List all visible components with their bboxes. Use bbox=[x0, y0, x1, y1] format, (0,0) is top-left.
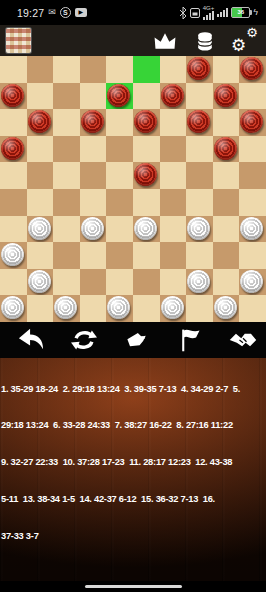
4g-plus-signal-icon: 4G+ bbox=[203, 5, 215, 20]
square-r8c4 bbox=[80, 242, 107, 269]
white-man[interactable] bbox=[28, 217, 51, 240]
square-r6c5[interactable] bbox=[106, 189, 133, 216]
sim-icon bbox=[190, 8, 200, 18]
square-r5c7 bbox=[160, 162, 187, 189]
square-r1c4[interactable] bbox=[80, 56, 107, 83]
flag-icon bbox=[177, 327, 203, 353]
system-nav-bar bbox=[0, 581, 266, 592]
square-r8c2 bbox=[27, 242, 54, 269]
square-r7c2[interactable] bbox=[27, 216, 54, 243]
square-r10c1[interactable] bbox=[0, 295, 27, 322]
move-line: 29:18 13:24 6. 33-28 24:33 7. 38:27 16-2… bbox=[1, 419, 265, 431]
square-r1c10[interactable] bbox=[239, 56, 266, 83]
red-man[interactable] bbox=[240, 110, 263, 133]
square-r1c1 bbox=[0, 56, 27, 83]
signal-bars-icon bbox=[217, 8, 228, 17]
restart-button[interactable] bbox=[67, 326, 101, 354]
square-r1c8[interactable] bbox=[186, 56, 213, 83]
square-r2c3[interactable] bbox=[53, 83, 80, 110]
square-r4c5[interactable] bbox=[106, 136, 133, 163]
square-r4c1[interactable] bbox=[0, 136, 27, 163]
square-r3c8[interactable] bbox=[186, 109, 213, 136]
square-r3c7 bbox=[160, 109, 187, 136]
square-r9c2[interactable] bbox=[27, 269, 54, 296]
square-r4c10 bbox=[239, 136, 266, 163]
white-man[interactable] bbox=[107, 296, 130, 319]
red-man[interactable] bbox=[161, 84, 184, 107]
square-r2c5[interactable] bbox=[106, 83, 133, 110]
charging-bolt-icon: ϟ bbox=[253, 8, 258, 17]
wood-background: 1. 35-29 18-24 2. 29:18 13:24 3. 39-35 7… bbox=[0, 358, 266, 581]
square-r7c8[interactable] bbox=[186, 216, 213, 243]
square-r9c6[interactable] bbox=[133, 269, 160, 296]
square-r9c4[interactable] bbox=[80, 269, 107, 296]
square-r7c3 bbox=[53, 216, 80, 243]
white-man[interactable] bbox=[187, 217, 210, 240]
square-r5c6[interactable] bbox=[133, 162, 160, 189]
square-r10c5[interactable] bbox=[106, 295, 133, 322]
square-r10c9[interactable] bbox=[213, 295, 240, 322]
square-r4c4 bbox=[80, 136, 107, 163]
square-r6c7[interactable] bbox=[160, 189, 187, 216]
square-r3c9 bbox=[213, 109, 240, 136]
restart-icon bbox=[70, 327, 98, 353]
s-badge-icon: S bbox=[60, 7, 71, 18]
square-r10c6 bbox=[133, 295, 160, 322]
red-man[interactable] bbox=[187, 110, 210, 133]
square-r8c8 bbox=[186, 242, 213, 269]
square-r1c7 bbox=[160, 56, 187, 83]
battery-icon: 36 bbox=[231, 7, 250, 18]
square-r9c7 bbox=[160, 269, 187, 296]
move-line: 37-33 3-7 bbox=[1, 530, 265, 542]
square-r6c4 bbox=[80, 189, 107, 216]
square-r1c6[interactable] bbox=[133, 56, 160, 83]
square-r5c10[interactable] bbox=[239, 162, 266, 189]
settings-gears-icon: ⚙ ⚙ bbox=[232, 28, 258, 54]
square-r7c4[interactable] bbox=[80, 216, 107, 243]
white-man[interactable] bbox=[1, 243, 24, 266]
square-r8c5[interactable] bbox=[106, 242, 133, 269]
square-r10c3[interactable] bbox=[53, 295, 80, 322]
red-man[interactable] bbox=[1, 84, 24, 107]
square-r8c6 bbox=[133, 242, 160, 269]
gesture-pill[interactable] bbox=[85, 585, 182, 588]
square-r9c5 bbox=[106, 269, 133, 296]
message-icon: ✉ bbox=[48, 8, 56, 17]
move-line: 5-11 13. 38-34 1-5 14. 42-37 6-12 15. 36… bbox=[1, 493, 265, 505]
square-r3c2[interactable] bbox=[27, 109, 54, 136]
square-r4c8 bbox=[186, 136, 213, 163]
square-r1c2[interactable] bbox=[27, 56, 54, 83]
square-r10c2 bbox=[27, 295, 54, 322]
red-man[interactable] bbox=[1, 137, 24, 160]
square-r3c5 bbox=[106, 109, 133, 136]
square-r2c1[interactable] bbox=[0, 83, 27, 110]
hint-hand-icon bbox=[123, 328, 151, 352]
white-man[interactable] bbox=[214, 296, 237, 319]
square-r6c9[interactable] bbox=[213, 189, 240, 216]
database-icon bbox=[193, 28, 217, 54]
undo-button[interactable] bbox=[14, 326, 48, 354]
square-r5c1 bbox=[0, 162, 27, 189]
square-r8c7[interactable] bbox=[160, 242, 187, 269]
draughts-board bbox=[0, 56, 266, 322]
square-r4c2 bbox=[27, 136, 54, 163]
move-line: 9. 32-27 22:33 10. 37:28 17-23 11. 28:17… bbox=[1, 456, 265, 468]
square-r10c4 bbox=[80, 295, 107, 322]
red-man[interactable] bbox=[28, 110, 51, 133]
red-man[interactable] bbox=[240, 57, 263, 80]
square-r7c7 bbox=[160, 216, 187, 243]
white-man[interactable] bbox=[161, 296, 184, 319]
square-r9c3 bbox=[53, 269, 80, 296]
settings-button[interactable]: ⚙ ⚙ bbox=[232, 28, 258, 54]
square-r7c5 bbox=[106, 216, 133, 243]
white-man[interactable] bbox=[187, 270, 210, 293]
square-r10c7[interactable] bbox=[160, 295, 187, 322]
red-man[interactable] bbox=[81, 110, 104, 133]
red-man[interactable] bbox=[107, 84, 130, 107]
square-r5c3 bbox=[53, 162, 80, 189]
app-checkerboard-icon[interactable] bbox=[6, 28, 31, 53]
square-r8c10 bbox=[239, 242, 266, 269]
square-r8c1[interactable] bbox=[0, 242, 27, 269]
square-r6c3[interactable] bbox=[53, 189, 80, 216]
square-r10c10 bbox=[239, 295, 266, 322]
square-r7c6[interactable] bbox=[133, 216, 160, 243]
square-r7c10[interactable] bbox=[239, 216, 266, 243]
square-r5c9 bbox=[213, 162, 240, 189]
flag-button[interactable] bbox=[173, 326, 207, 354]
red-man[interactable] bbox=[134, 163, 157, 186]
red-man[interactable] bbox=[134, 110, 157, 133]
white-man[interactable] bbox=[54, 296, 77, 319]
square-r6c8 bbox=[186, 189, 213, 216]
square-r9c8[interactable] bbox=[186, 269, 213, 296]
square-r5c4[interactable] bbox=[80, 162, 107, 189]
square-r6c6 bbox=[133, 189, 160, 216]
action-bar bbox=[0, 322, 266, 358]
white-man[interactable] bbox=[28, 270, 51, 293]
square-r1c9 bbox=[213, 56, 240, 83]
square-r8c3[interactable] bbox=[53, 242, 80, 269]
app-toolbar: ⚙ ⚙ bbox=[0, 25, 266, 56]
square-r4c9[interactable] bbox=[213, 136, 240, 163]
square-r5c2[interactable] bbox=[27, 162, 54, 189]
crown-icon bbox=[152, 30, 178, 52]
square-r2c4 bbox=[80, 83, 107, 110]
white-man[interactable] bbox=[1, 296, 24, 319]
white-man[interactable] bbox=[81, 217, 104, 240]
square-r3c3 bbox=[53, 109, 80, 136]
square-r2c6 bbox=[133, 83, 160, 110]
square-r10c8 bbox=[186, 295, 213, 322]
square-r8c9[interactable] bbox=[213, 242, 240, 269]
square-r6c2 bbox=[27, 189, 54, 216]
square-r4c3[interactable] bbox=[53, 136, 80, 163]
move-line: 1. 35-29 18-24 2. 29:18 13:24 3. 39-35 7… bbox=[1, 383, 265, 395]
red-man[interactable] bbox=[214, 137, 237, 160]
white-man[interactable] bbox=[134, 217, 157, 240]
database-button[interactable] bbox=[192, 28, 218, 54]
square-r2c9[interactable] bbox=[213, 83, 240, 110]
square-r1c3 bbox=[53, 56, 80, 83]
square-r6c1[interactable] bbox=[0, 189, 27, 216]
square-r9c10[interactable] bbox=[239, 269, 266, 296]
square-r2c2 bbox=[27, 83, 54, 110]
square-r4c7[interactable] bbox=[160, 136, 187, 163]
square-r3c4[interactable] bbox=[80, 109, 107, 136]
square-r3c10[interactable] bbox=[239, 109, 266, 136]
bluetooth-icon bbox=[179, 7, 187, 19]
square-r2c8 bbox=[186, 83, 213, 110]
square-r5c5 bbox=[106, 162, 133, 189]
draw-offer-button[interactable] bbox=[226, 326, 260, 354]
square-r7c1 bbox=[0, 216, 27, 243]
phone-screen: 19:27 ✉ S ▶ 4G+ 36 ϟ bbox=[0, 0, 266, 592]
clock: 19:27 bbox=[17, 7, 44, 19]
square-r5c8[interactable] bbox=[186, 162, 213, 189]
square-r1c5 bbox=[106, 56, 133, 83]
status-bar: 19:27 ✉ S ▶ 4G+ 36 ϟ bbox=[0, 0, 266, 25]
move-list: 1. 35-29 18-24 2. 29:18 13:24 3. 39-35 7… bbox=[1, 358, 265, 567]
video-icon: ▶ bbox=[75, 8, 87, 17]
square-r3c6[interactable] bbox=[133, 109, 160, 136]
square-r3c1 bbox=[0, 109, 27, 136]
square-r2c7[interactable] bbox=[160, 83, 187, 110]
square-r9c9 bbox=[213, 269, 240, 296]
square-r9c1 bbox=[0, 269, 27, 296]
square-r7c9 bbox=[213, 216, 240, 243]
square-r6c10 bbox=[239, 189, 266, 216]
hint-button[interactable] bbox=[120, 326, 154, 354]
white-man[interactable] bbox=[240, 270, 263, 293]
red-man[interactable] bbox=[214, 84, 237, 107]
undo-arrow-icon bbox=[16, 327, 46, 353]
square-r4c6 bbox=[133, 136, 160, 163]
crown-button[interactable] bbox=[152, 28, 178, 54]
white-man[interactable] bbox=[240, 217, 263, 240]
red-man[interactable] bbox=[187, 57, 210, 80]
square-r2c10 bbox=[239, 83, 266, 110]
handshake-icon bbox=[228, 329, 258, 351]
